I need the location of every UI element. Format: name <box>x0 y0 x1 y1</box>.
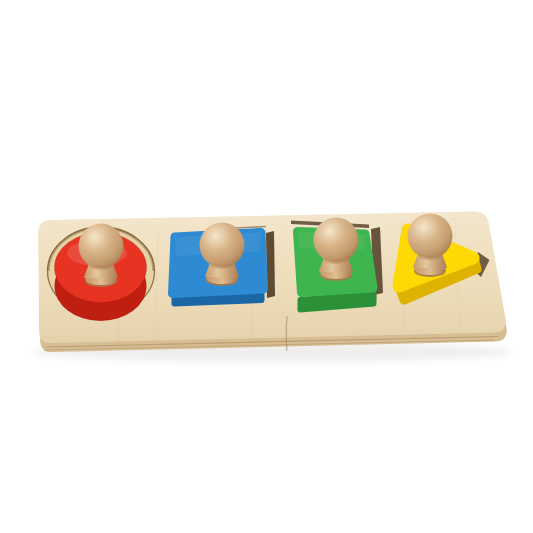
green-piece-knob <box>314 218 359 282</box>
puzzle-photo <box>0 0 533 533</box>
blue-piece-knob <box>200 223 245 287</box>
puzzle-board <box>38 211 507 352</box>
yellow-piece-knob <box>408 214 453 278</box>
red-piece-knob <box>79 224 124 288</box>
photo-canvas <box>0 0 533 533</box>
